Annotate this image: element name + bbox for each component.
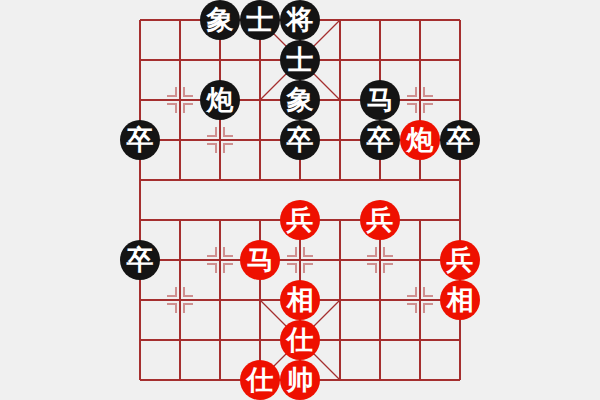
black-elephant-piece[interactable]: 象 (280, 80, 320, 120)
red-elephant-piece[interactable]: 相 (280, 280, 320, 320)
black-general-piece[interactable]: 将 (280, 0, 320, 40)
xiangqi-board: 象士将士炮象马卒卒卒炮卒兵兵卒马兵相相仕仕帅 (120, 0, 480, 400)
red-soldier-piece[interactable]: 兵 (280, 200, 320, 240)
black-elephant-piece[interactable]: 象 (200, 0, 240, 40)
black-advisor-piece[interactable]: 士 (240, 0, 280, 40)
red-elephant-piece[interactable]: 相 (440, 280, 480, 320)
red-soldier-piece[interactable]: 兵 (440, 240, 480, 280)
black-advisor-piece[interactable]: 士 (280, 40, 320, 80)
red-horse-piece[interactable]: 马 (240, 240, 280, 280)
black-horse-piece[interactable]: 马 (360, 80, 400, 120)
red-advisor-piece[interactable]: 仕 (280, 320, 320, 360)
red-soldier-piece[interactable]: 兵 (360, 200, 400, 240)
black-soldier-piece[interactable]: 卒 (120, 120, 160, 160)
black-soldier-piece[interactable]: 卒 (440, 120, 480, 160)
red-advisor-piece[interactable]: 仕 (240, 360, 280, 400)
pieces-layer: 象士将士炮象马卒卒卒炮卒兵兵卒马兵相相仕仕帅 (120, 0, 480, 400)
black-soldier-piece[interactable]: 卒 (280, 120, 320, 160)
black-cannon-piece[interactable]: 炮 (200, 80, 240, 120)
black-soldier-piece[interactable]: 卒 (120, 240, 160, 280)
red-general-piece[interactable]: 帅 (280, 360, 320, 400)
black-soldier-piece[interactable]: 卒 (360, 120, 400, 160)
red-cannon-piece[interactable]: 炮 (400, 120, 440, 160)
